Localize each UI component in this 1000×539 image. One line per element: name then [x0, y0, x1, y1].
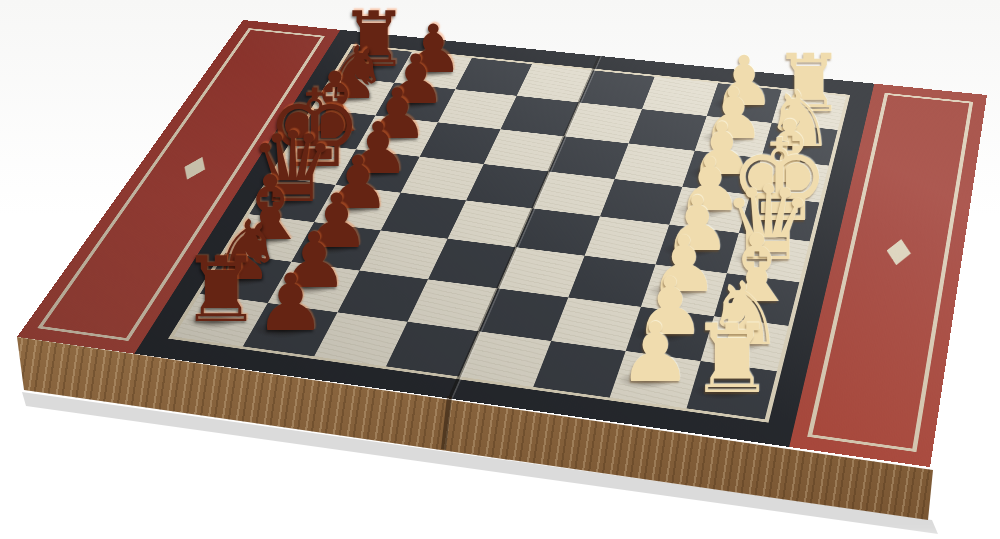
chess-piece-dark-r: ♜ — [181, 246, 262, 336]
pieces-layer: ♜♞♝♛♚♝♞♜♟♟♟♟♟♟♟♟♟♟♟♟♟♟♟♟♜♞♝♛♚♝♞♜ — [0, 0, 1000, 539]
photo-backdrop: ♜♞♝♛♚♝♞♜♟♟♟♟♟♟♟♟♟♟♟♟♟♟♟♟♜♞♝♛♚♝♞♜ — [0, 0, 1000, 539]
chess-piece-dark-p: ♟ — [255, 265, 326, 344]
chess-piece-light-r: ♜ — [689, 311, 775, 406]
chess-piece-light-p: ♟ — [618, 312, 692, 394]
